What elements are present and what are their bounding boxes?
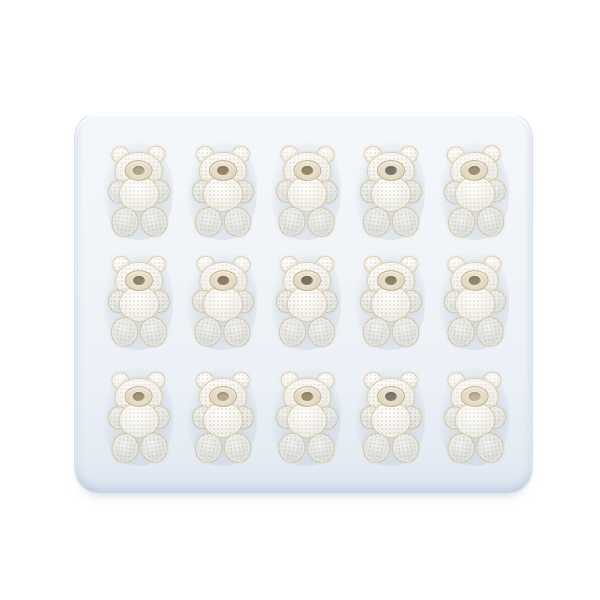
mold-cell-r3c4 bbox=[348, 357, 432, 477]
bear-nose bbox=[469, 392, 481, 401]
bear-nose bbox=[133, 276, 145, 285]
mold-cell-r1c2 bbox=[180, 137, 264, 245]
bear-nose bbox=[385, 392, 397, 401]
bear-cavity-r2c2 bbox=[191, 254, 253, 347]
mold-cell-r1c1 bbox=[96, 137, 180, 245]
cavity-grid bbox=[75, 113, 532, 477]
bear-nose bbox=[133, 166, 145, 175]
mold-cell-r2c1 bbox=[96, 245, 180, 357]
bear-nose bbox=[469, 276, 481, 285]
bear-muzzle bbox=[209, 160, 237, 181]
bear-nose bbox=[217, 276, 229, 285]
bear-cavity-r2c3 bbox=[276, 255, 336, 347]
bear-muzzle bbox=[209, 386, 237, 407]
bear-muzzle bbox=[377, 386, 405, 407]
bear-foot-right bbox=[222, 316, 253, 349]
bear-nose bbox=[217, 166, 229, 175]
bear-nose bbox=[301, 276, 313, 285]
bear-cavity-r3c4 bbox=[360, 371, 420, 463]
mold-cell-r2c2 bbox=[180, 245, 264, 357]
bear-cavity-r2c4 bbox=[360, 255, 420, 347]
bear-cavity-r3c1 bbox=[107, 370, 169, 463]
bear-cavity-r1c2 bbox=[192, 145, 252, 237]
product-photo bbox=[0, 0, 600, 600]
bear-nose bbox=[301, 166, 313, 175]
bear-nose bbox=[385, 276, 397, 285]
bear-muzzle bbox=[293, 270, 321, 291]
bear-cavity-r3c3 bbox=[275, 370, 337, 463]
mold-cell-r2c5 bbox=[432, 245, 516, 357]
bear-muzzle bbox=[377, 270, 405, 291]
bear-cavity-r1c3 bbox=[275, 144, 337, 237]
silicone-mold bbox=[74, 112, 533, 494]
bear-nose bbox=[217, 392, 229, 401]
bear-cavity-r2c5 bbox=[443, 254, 505, 347]
mold-cell-r3c5 bbox=[432, 357, 516, 477]
bear-cavity-r2c1 bbox=[108, 255, 168, 347]
bear-muzzle bbox=[125, 270, 153, 291]
mold-cell-r2c3 bbox=[264, 245, 348, 357]
mold-cell-r3c3 bbox=[264, 357, 348, 477]
bear-cavity-r1c4 bbox=[360, 145, 420, 237]
mold-cell-r1c5 bbox=[432, 137, 516, 245]
bear-cavity-r3c2 bbox=[192, 371, 252, 463]
mold-cell-r3c1 bbox=[96, 357, 180, 477]
bear-nose bbox=[301, 392, 313, 401]
bear-muzzle bbox=[377, 160, 405, 181]
bear-cavity-r1c1 bbox=[107, 144, 169, 237]
mold-cell-r1c3 bbox=[264, 137, 348, 245]
bear-cavity-r3c5 bbox=[443, 370, 505, 463]
mold-cell-r1c4 bbox=[348, 137, 432, 245]
mold-cell-r2c4 bbox=[348, 245, 432, 357]
bear-nose bbox=[385, 166, 397, 175]
bear-cavity-r1c5 bbox=[442, 144, 505, 238]
bear-foot-right bbox=[306, 206, 337, 239]
mold-cell-r3c2 bbox=[180, 357, 264, 477]
bear-foot-right bbox=[306, 432, 337, 465]
bear-nose bbox=[468, 166, 480, 175]
bear-nose bbox=[133, 392, 145, 401]
